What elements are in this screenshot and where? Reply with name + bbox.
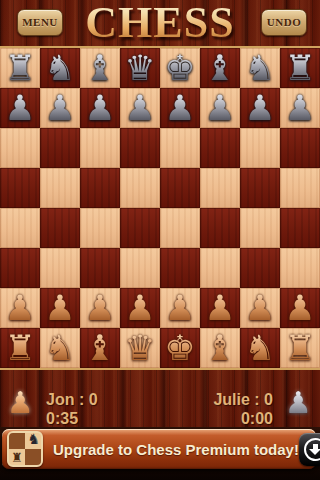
- piece-black-knight[interactable]: ♞: [40, 48, 80, 88]
- square-h6[interactable]: [280, 128, 320, 168]
- square-c4[interactable]: [80, 208, 120, 248]
- piece-black-pawn[interactable]: ♟: [280, 88, 320, 128]
- piece-black-pawn[interactable]: ♟: [200, 88, 240, 128]
- ad-banner[interactable]: ♞ ♜ Upgrade to Chess Premium today!: [2, 429, 316, 469]
- chess-app-icon: ♞ ♜: [7, 431, 43, 467]
- square-b7[interactable]: ♟: [40, 88, 80, 128]
- square-a3[interactable]: [0, 248, 40, 288]
- square-g6[interactable]: [240, 128, 280, 168]
- piece-white-rook[interactable]: ♜: [280, 328, 320, 368]
- player-white-clock: 0:35: [46, 409, 98, 428]
- square-h5[interactable]: [280, 168, 320, 208]
- square-a8[interactable]: ♜: [0, 48, 40, 88]
- square-d6[interactable]: [120, 128, 160, 168]
- square-d1[interactable]: ♛: [120, 328, 160, 368]
- piece-white-king[interactable]: ♚: [160, 328, 200, 368]
- app-icon-rook-glyph: ♜: [11, 450, 23, 465]
- piece-white-knight[interactable]: ♞: [240, 328, 280, 368]
- square-b5[interactable]: [40, 168, 80, 208]
- square-a6[interactable]: [0, 128, 40, 168]
- square-c3[interactable]: [80, 248, 120, 288]
- square-d8[interactable]: ♛: [120, 48, 160, 88]
- piece-white-pawn[interactable]: ♟: [40, 288, 80, 328]
- piece-white-pawn[interactable]: ♟: [80, 288, 120, 328]
- player-black-name-score: Julie : 0: [213, 390, 273, 409]
- piece-white-pawn[interactable]: ♟: [160, 288, 200, 328]
- square-d3[interactable]: [120, 248, 160, 288]
- piece-black-queen[interactable]: ♛: [120, 48, 160, 88]
- square-f1[interactable]: ♝: [200, 328, 240, 368]
- square-c8[interactable]: ♝: [80, 48, 120, 88]
- square-h1[interactable]: ♜: [280, 328, 320, 368]
- square-f2[interactable]: ♟: [200, 288, 240, 328]
- piece-black-pawn[interactable]: ♟: [40, 88, 80, 128]
- square-e3[interactable]: [160, 248, 200, 288]
- square-b8[interactable]: ♞: [40, 48, 80, 88]
- piece-white-knight[interactable]: ♞: [40, 328, 80, 368]
- piece-black-pawn[interactable]: ♟: [0, 88, 40, 128]
- app-icon-knight-glyph: ♞: [27, 431, 40, 447]
- square-a1[interactable]: ♜: [0, 328, 40, 368]
- square-f7[interactable]: ♟: [200, 88, 240, 128]
- piece-black-bishop[interactable]: ♝: [200, 48, 240, 88]
- square-h3[interactable]: [280, 248, 320, 288]
- square-d2[interactable]: ♟: [120, 288, 160, 328]
- square-a2[interactable]: ♟: [0, 288, 40, 328]
- piece-black-pawn[interactable]: ♟: [240, 88, 280, 128]
- square-a7[interactable]: ♟: [0, 88, 40, 128]
- square-b4[interactable]: [40, 208, 80, 248]
- square-g8[interactable]: ♞: [240, 48, 280, 88]
- piece-white-pawn[interactable]: ♟: [0, 288, 40, 328]
- square-c7[interactable]: ♟: [80, 88, 120, 128]
- square-f8[interactable]: ♝: [200, 48, 240, 88]
- square-g2[interactable]: ♟: [240, 288, 280, 328]
- square-g4[interactable]: [240, 208, 280, 248]
- square-b1[interactable]: ♞: [40, 328, 80, 368]
- piece-white-bishop[interactable]: ♝: [80, 328, 120, 368]
- piece-black-bishop[interactable]: ♝: [80, 48, 120, 88]
- square-h4[interactable]: [280, 208, 320, 248]
- menu-button[interactable]: MENU: [17, 9, 63, 36]
- square-h2[interactable]: ♟: [280, 288, 320, 328]
- square-d7[interactable]: ♟: [120, 88, 160, 128]
- black-pawn-icon: ♟: [285, 386, 312, 420]
- player-white-info: Jon : 0 0:35: [46, 390, 98, 428]
- piece-black-pawn[interactable]: ♟: [160, 88, 200, 128]
- chess-app-screen: CHESS MENU UNDO ♜♞♝♛♚♝♞♜♟♟♟♟♟♟♟♟♟♟♟♟♟♟♟♟…: [0, 0, 320, 480]
- piece-white-pawn[interactable]: ♟: [240, 288, 280, 328]
- piece-white-pawn[interactable]: ♟: [200, 288, 240, 328]
- square-g7[interactable]: ♟: [240, 88, 280, 128]
- piece-white-queen[interactable]: ♛: [120, 328, 160, 368]
- square-e8[interactable]: ♚: [160, 48, 200, 88]
- square-e2[interactable]: ♟: [160, 288, 200, 328]
- square-a4[interactable]: [0, 208, 40, 248]
- square-f3[interactable]: [200, 248, 240, 288]
- undo-button[interactable]: UNDO: [261, 9, 307, 36]
- piece-black-knight[interactable]: ♞: [240, 48, 280, 88]
- square-d4[interactable]: [120, 208, 160, 248]
- square-c2[interactable]: ♟: [80, 288, 120, 328]
- header-bar: CHESS MENU UNDO: [0, 0, 320, 46]
- player-black-info: Julie : 0 0:00: [213, 390, 273, 428]
- square-f4[interactable]: [200, 208, 240, 248]
- piece-white-rook[interactable]: ♜: [0, 328, 40, 368]
- piece-white-pawn[interactable]: ♟: [280, 288, 320, 328]
- square-f5[interactable]: [200, 168, 240, 208]
- piece-black-rook[interactable]: ♜: [280, 48, 320, 88]
- square-b3[interactable]: [40, 248, 80, 288]
- square-h7[interactable]: ♟: [280, 88, 320, 128]
- piece-black-pawn[interactable]: ♟: [120, 88, 160, 128]
- download-button[interactable]: [299, 433, 320, 466]
- square-c5[interactable]: [80, 168, 120, 208]
- square-c6[interactable]: [80, 128, 120, 168]
- square-g5[interactable]: [240, 168, 280, 208]
- piece-black-rook[interactable]: ♜: [0, 48, 40, 88]
- ad-message: Upgrade to Chess Premium today!: [53, 441, 299, 458]
- player-black-clock: 0:00: [213, 409, 273, 428]
- square-e4[interactable]: [160, 208, 200, 248]
- white-pawn-icon: ♟: [7, 386, 34, 420]
- piece-white-bishop[interactable]: ♝: [200, 328, 240, 368]
- square-e1[interactable]: ♚: [160, 328, 200, 368]
- square-a5[interactable]: [0, 168, 40, 208]
- chess-board[interactable]: ♜♞♝♛♚♝♞♜♟♟♟♟♟♟♟♟♟♟♟♟♟♟♟♟♜♞♝♛♚♝♞♜: [0, 46, 320, 370]
- square-h8[interactable]: ♜: [280, 48, 320, 88]
- player-white-name-score: Jon : 0: [46, 390, 98, 409]
- download-circle-arrow-icon: [304, 438, 320, 461]
- square-d5[interactable]: [120, 168, 160, 208]
- square-c1[interactable]: ♝: [80, 328, 120, 368]
- square-g3[interactable]: [240, 248, 280, 288]
- square-b6[interactable]: [40, 128, 80, 168]
- square-e7[interactable]: ♟: [160, 88, 200, 128]
- square-b2[interactable]: ♟: [40, 288, 80, 328]
- square-e5[interactable]: [160, 168, 200, 208]
- square-g1[interactable]: ♞: [240, 328, 280, 368]
- square-f6[interactable]: [200, 128, 240, 168]
- piece-black-pawn[interactable]: ♟: [80, 88, 120, 128]
- square-e6[interactable]: [160, 128, 200, 168]
- piece-black-king[interactable]: ♚: [160, 48, 200, 88]
- piece-white-pawn[interactable]: ♟: [120, 288, 160, 328]
